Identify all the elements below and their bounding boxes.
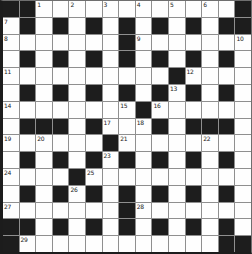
cell-r13c1[interactable]: 27 xyxy=(3,203,19,219)
cell-r9c5[interactable] xyxy=(69,135,85,151)
cell-r10c15[interactable] xyxy=(235,152,251,168)
cell-r14c7[interactable] xyxy=(103,219,119,235)
cell-r5c10[interactable] xyxy=(152,68,168,84)
block-cell-r10c6 xyxy=(86,152,102,168)
cell-r9c2[interactable] xyxy=(20,135,36,151)
cell-r9c12[interactable] xyxy=(186,135,202,151)
cell-r8c5[interactable] xyxy=(69,119,85,135)
cell-r10c7[interactable]: 23 xyxy=(103,152,119,168)
cell-r13c7[interactable] xyxy=(103,203,119,219)
cell-r2c1[interactable]: 7 xyxy=(3,18,19,34)
cell-r13c6[interactable] xyxy=(86,203,102,219)
block-cell-r8c6 xyxy=(86,119,102,135)
cell-r4c15[interactable] xyxy=(235,51,251,67)
block-cell-r12c4 xyxy=(53,186,69,202)
block-cell-r12c10 xyxy=(152,186,168,202)
cell-r14c11[interactable] xyxy=(169,219,185,235)
cell-r7c11[interactable] xyxy=(169,102,185,118)
cell-r14c15[interactable] xyxy=(235,219,251,235)
block-cell-r15c15 xyxy=(235,236,251,252)
cell-r13c14[interactable] xyxy=(219,203,235,219)
cell-r5c5[interactable] xyxy=(69,68,85,84)
cell-r3c13[interactable] xyxy=(202,35,218,51)
cell-r5c7[interactable] xyxy=(103,68,119,84)
block-cell-r1c2 xyxy=(20,1,36,17)
cell-r6c9[interactable] xyxy=(136,85,152,101)
cell-r13c12[interactable] xyxy=(186,203,202,219)
block-cell-r8c13 xyxy=(202,119,218,135)
clue-number-24: 24 xyxy=(4,169,11,176)
block-cell-r3c8 xyxy=(119,35,135,51)
cell-r13c10[interactable] xyxy=(152,203,168,219)
cell-r6c15[interactable] xyxy=(235,85,251,101)
clue-number-8: 8 xyxy=(4,35,8,42)
cell-r5c2[interactable] xyxy=(20,68,36,84)
cell-r15c4[interactable] xyxy=(53,236,69,252)
block-cell-r2c8 xyxy=(119,18,135,34)
cell-r5c9[interactable] xyxy=(136,68,152,84)
block-cell-r14c8 xyxy=(119,219,135,235)
cell-r15c5[interactable] xyxy=(69,236,85,252)
clue-number-28: 28 xyxy=(137,203,144,210)
crossword-page: 1234567891011121314151617181920212223242… xyxy=(0,0,252,254)
cell-r7c13[interactable] xyxy=(202,102,218,118)
cell-r11c8[interactable] xyxy=(119,169,135,185)
cell-r13c9[interactable]: 28 xyxy=(136,203,152,219)
cell-r13c13[interactable] xyxy=(202,203,218,219)
cell-r9c6[interactable] xyxy=(86,135,102,151)
block-cell-r12c6 xyxy=(86,186,102,202)
cell-r1c13[interactable]: 6 xyxy=(202,1,218,17)
cell-r4c13[interactable] xyxy=(202,51,218,67)
cell-r13c15[interactable] xyxy=(235,203,251,219)
cell-r4c7[interactable] xyxy=(103,51,119,67)
cell-r7c10[interactable]: 16 xyxy=(152,102,168,118)
cell-r6c1[interactable] xyxy=(3,85,19,101)
block-cell-r15c14 xyxy=(219,236,235,252)
block-cell-r2c14 xyxy=(219,18,235,34)
cell-r11c3[interactable] xyxy=(36,169,52,185)
cell-r3c4[interactable] xyxy=(53,35,69,51)
cell-r5c14[interactable] xyxy=(219,68,235,84)
cell-r2c9[interactable] xyxy=(136,18,152,34)
cell-r12c3[interactable] xyxy=(36,186,52,202)
clue-number-5: 5 xyxy=(170,1,174,8)
block-cell-r1c1 xyxy=(3,1,19,17)
cell-r6c5[interactable] xyxy=(69,85,85,101)
cell-r7c3[interactable] xyxy=(36,102,52,118)
cell-r8c11[interactable] xyxy=(169,119,185,135)
crossword-grid: 1234567891011121314151617181920212223242… xyxy=(0,0,252,254)
cell-r10c5[interactable] xyxy=(69,152,85,168)
clue-number-27: 27 xyxy=(4,203,11,210)
cell-r10c1[interactable] xyxy=(3,152,19,168)
clue-number-2: 2 xyxy=(70,1,74,8)
cell-r8c15[interactable] xyxy=(235,119,251,135)
block-cell-r8c12 xyxy=(186,119,202,135)
block-cell-r10c4 xyxy=(53,152,69,168)
cell-r7c7[interactable] xyxy=(103,102,119,118)
cell-r6c7[interactable] xyxy=(103,85,119,101)
block-cell-r14c14 xyxy=(219,219,235,235)
clue-number-20: 20 xyxy=(37,135,44,142)
block-cell-r8c14 xyxy=(219,119,235,135)
cell-r13c2[interactable] xyxy=(20,203,36,219)
cell-r6c13[interactable] xyxy=(202,85,218,101)
cell-r7c15[interactable] xyxy=(235,102,251,118)
clue-number-17: 17 xyxy=(104,119,111,126)
cell-r3c15[interactable]: 10 xyxy=(235,35,251,51)
clue-number-21: 21 xyxy=(120,135,127,142)
cell-r4c5[interactable] xyxy=(69,51,85,67)
block-cell-r14c1 xyxy=(3,219,19,235)
block-cell-r9c7 xyxy=(103,135,119,151)
cell-r7c4[interactable] xyxy=(53,102,69,118)
block-cell-r8c10 xyxy=(152,119,168,135)
cell-r1c4[interactable] xyxy=(53,1,69,17)
cell-r11c15[interactable] xyxy=(235,169,251,185)
cell-r5c8[interactable] xyxy=(119,68,135,84)
cell-r7c14[interactable] xyxy=(219,102,235,118)
clue-number-14: 14 xyxy=(4,102,11,109)
cell-r15c6[interactable] xyxy=(86,236,102,252)
cell-r9c9[interactable] xyxy=(136,135,152,151)
cell-r15c11[interactable] xyxy=(169,236,185,252)
cell-r1c7[interactable]: 3 xyxy=(103,1,119,17)
clue-number-13: 13 xyxy=(170,85,177,92)
cell-r11c14[interactable] xyxy=(219,169,235,185)
block-cell-r2c10 xyxy=(152,18,168,34)
block-cell-r10c8 xyxy=(119,152,135,168)
cell-r3c14[interactable] xyxy=(219,35,235,51)
cell-r3c2[interactable] xyxy=(20,35,36,51)
block-cell-r2c2 xyxy=(20,18,36,34)
cell-r11c7[interactable] xyxy=(103,169,119,185)
cell-r1c6[interactable] xyxy=(86,1,102,17)
cell-r1c14[interactable] xyxy=(219,1,235,17)
cell-r5c3[interactable] xyxy=(36,68,52,84)
block-cell-r6c12 xyxy=(186,85,202,101)
clue-number-22: 22 xyxy=(203,135,210,142)
cell-r14c13[interactable] xyxy=(202,219,218,235)
block-cell-r4c4 xyxy=(53,51,69,67)
cell-r9c4[interactable] xyxy=(53,135,69,151)
cell-r3c6[interactable] xyxy=(86,35,102,51)
block-cell-r14c2 xyxy=(20,219,36,235)
cell-r9c3[interactable]: 20 xyxy=(36,135,52,151)
cell-r8c9[interactable]: 18 xyxy=(136,119,152,135)
cell-r5c13[interactable] xyxy=(202,68,218,84)
cell-r3c11[interactable] xyxy=(169,35,185,51)
clue-number-3: 3 xyxy=(104,1,108,8)
block-cell-r6c10 xyxy=(152,85,168,101)
cell-r9c15[interactable] xyxy=(235,135,251,151)
cell-r11c2[interactable] xyxy=(20,169,36,185)
cell-r11c13[interactable] xyxy=(202,169,218,185)
block-cell-r6c14 xyxy=(219,85,235,101)
cell-r15c3[interactable] xyxy=(36,236,52,252)
block-cell-r2c15 xyxy=(235,18,251,34)
cell-r10c3[interactable] xyxy=(36,152,52,168)
clue-number-6: 6 xyxy=(203,1,207,8)
cell-r11c10[interactable] xyxy=(152,169,168,185)
cell-r9c13[interactable]: 22 xyxy=(202,135,218,151)
cell-r9c14[interactable] xyxy=(219,135,235,151)
block-cell-r8c2 xyxy=(20,119,36,135)
cell-r8c7[interactable]: 17 xyxy=(103,119,119,135)
cell-r14c9[interactable] xyxy=(136,219,152,235)
clue-number-16: 16 xyxy=(153,102,160,109)
cell-r11c6[interactable]: 25 xyxy=(86,169,102,185)
cell-r9c8[interactable]: 21 xyxy=(119,135,135,151)
block-cell-r10c10 xyxy=(152,152,168,168)
cell-r10c13[interactable] xyxy=(202,152,218,168)
block-cell-r6c2 xyxy=(20,85,36,101)
cell-r8c1[interactable] xyxy=(3,119,19,135)
block-cell-r5c11 xyxy=(169,68,185,84)
cell-r12c9[interactable] xyxy=(136,186,152,202)
cell-r3c7[interactable] xyxy=(103,35,119,51)
cell-r7c8[interactable]: 15 xyxy=(119,102,135,118)
cell-r7c5[interactable] xyxy=(69,102,85,118)
cell-r12c1[interactable] xyxy=(3,186,19,202)
block-cell-r12c14 xyxy=(219,186,235,202)
clue-number-10: 10 xyxy=(236,35,243,42)
cell-r9c11[interactable] xyxy=(169,135,185,151)
cell-r1c8[interactable] xyxy=(119,1,135,17)
clue-number-12: 12 xyxy=(187,68,194,75)
cell-r11c4[interactable] xyxy=(53,169,69,185)
cell-r10c9[interactable] xyxy=(136,152,152,168)
cell-r6c11[interactable]: 13 xyxy=(169,85,185,101)
clue-number-18: 18 xyxy=(137,119,144,126)
cell-r12c7[interactable] xyxy=(103,186,119,202)
cell-r15c10[interactable] xyxy=(152,236,168,252)
block-cell-r10c14 xyxy=(219,152,235,168)
cell-r7c2[interactable] xyxy=(20,102,36,118)
clue-number-11: 11 xyxy=(4,68,11,75)
block-cell-r7c9 xyxy=(136,102,152,118)
cell-r13c11[interactable] xyxy=(169,203,185,219)
block-cell-r4c8 xyxy=(119,51,135,67)
cell-r2c13[interactable] xyxy=(202,18,218,34)
cell-r14c3[interactable] xyxy=(36,219,52,235)
block-cell-r12c8 xyxy=(119,186,135,202)
cell-r4c9[interactable] xyxy=(136,51,152,67)
cell-r11c11[interactable] xyxy=(169,169,185,185)
cell-r3c12[interactable] xyxy=(186,35,202,51)
block-cell-r1c15 xyxy=(235,1,251,17)
cell-r3c3[interactable] xyxy=(36,35,52,51)
block-cell-r11c5 xyxy=(69,169,85,185)
clue-number-23: 23 xyxy=(104,152,111,159)
cell-r4c11[interactable] xyxy=(169,51,185,67)
cell-r5c6[interactable] xyxy=(86,68,102,84)
cell-r2c5[interactable] xyxy=(69,18,85,34)
cell-r12c5[interactable]: 26 xyxy=(69,186,85,202)
cell-r5c4[interactable] xyxy=(53,68,69,84)
cell-r4c1[interactable] xyxy=(3,51,19,67)
cell-r15c9[interactable] xyxy=(136,236,152,252)
block-cell-r12c12 xyxy=(186,186,202,202)
cell-r1c10[interactable] xyxy=(152,1,168,17)
clue-number-4: 4 xyxy=(137,1,141,8)
cell-r1c3[interactable]: 1 xyxy=(36,1,52,17)
cell-r2c11[interactable] xyxy=(169,18,185,34)
block-cell-r4c14 xyxy=(219,51,235,67)
block-cell-r14c6 xyxy=(86,219,102,235)
block-cell-r14c10 xyxy=(152,219,168,235)
cell-r1c11[interactable]: 5 xyxy=(169,1,185,17)
block-cell-r15c1 xyxy=(3,236,19,252)
cell-r15c12[interactable] xyxy=(186,236,202,252)
clue-number-26: 26 xyxy=(70,186,77,193)
cell-r12c13[interactable] xyxy=(202,186,218,202)
cell-r12c15[interactable] xyxy=(235,186,251,202)
block-cell-r6c4 xyxy=(53,85,69,101)
clue-number-1: 1 xyxy=(37,1,41,8)
cell-r3c1[interactable]: 8 xyxy=(3,35,19,51)
block-cell-r8c3 xyxy=(36,119,52,135)
cell-r2c7[interactable] xyxy=(103,18,119,34)
clue-number-19: 19 xyxy=(4,135,11,142)
block-cell-r8c4 xyxy=(53,119,69,135)
cell-r2c3[interactable] xyxy=(36,18,52,34)
cell-r14c5[interactable] xyxy=(69,219,85,235)
cell-r7c6[interactable] xyxy=(86,102,102,118)
cell-r3c5[interactable] xyxy=(69,35,85,51)
cell-r5c15[interactable] xyxy=(235,68,251,84)
cell-r11c12[interactable] xyxy=(186,169,202,185)
clue-number-25: 25 xyxy=(87,169,94,176)
cell-r9c10[interactable] xyxy=(152,135,168,151)
cell-r1c9[interactable]: 4 xyxy=(136,1,152,17)
block-cell-r14c12 xyxy=(186,219,202,235)
cell-r15c13[interactable] xyxy=(202,236,218,252)
cell-r8c8[interactable] xyxy=(119,119,135,135)
cell-r1c5[interactable]: 2 xyxy=(69,1,85,17)
block-cell-r6c6 xyxy=(86,85,102,101)
cell-r4c3[interactable] xyxy=(36,51,52,67)
block-cell-r2c4 xyxy=(53,18,69,34)
block-cell-r13c8 xyxy=(119,203,135,219)
block-cell-r10c2 xyxy=(20,152,36,168)
clue-number-7: 7 xyxy=(4,18,8,25)
cell-r3c10[interactable] xyxy=(152,35,168,51)
cell-r7c12[interactable] xyxy=(186,102,202,118)
cell-r13c3[interactable] xyxy=(36,203,52,219)
cell-r11c1[interactable]: 24 xyxy=(3,169,19,185)
block-cell-r2c12 xyxy=(186,18,202,34)
clue-number-9: 9 xyxy=(137,35,141,42)
cell-r1c12[interactable] xyxy=(186,1,202,17)
cell-r5c12[interactable]: 12 xyxy=(186,68,202,84)
clue-number-29: 29 xyxy=(21,236,28,243)
block-cell-r10c12 xyxy=(186,152,202,168)
cell-r6c3[interactable] xyxy=(36,85,52,101)
cell-r15c8[interactable] xyxy=(119,236,135,252)
block-cell-r4c6 xyxy=(86,51,102,67)
block-cell-r12c2 xyxy=(20,186,36,202)
block-cell-r2c6 xyxy=(86,18,102,34)
cell-r13c4[interactable] xyxy=(53,203,69,219)
block-cell-r4c10 xyxy=(152,51,168,67)
cell-r5c1[interactable]: 11 xyxy=(3,68,19,84)
block-cell-r4c2 xyxy=(20,51,36,67)
cell-r11c9[interactable] xyxy=(136,169,152,185)
cell-r15c7[interactable] xyxy=(103,236,119,252)
cell-r9c1[interactable]: 19 xyxy=(3,135,19,151)
cell-r7c1[interactable]: 14 xyxy=(3,102,19,118)
block-cell-r14c4 xyxy=(53,219,69,235)
cell-r15c2[interactable]: 29 xyxy=(20,236,36,252)
block-cell-r4c12 xyxy=(186,51,202,67)
clue-number-15: 15 xyxy=(120,102,127,109)
block-cell-r6c8 xyxy=(119,85,135,101)
cell-r10c11[interactable] xyxy=(169,152,185,168)
cell-r13c5[interactable] xyxy=(69,203,85,219)
cell-r12c11[interactable] xyxy=(169,186,185,202)
cell-r3c9[interactable]: 9 xyxy=(136,35,152,51)
